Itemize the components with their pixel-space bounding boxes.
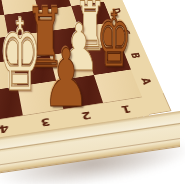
file-label: B bbox=[116, 46, 158, 65]
file-label: D bbox=[99, 3, 137, 19]
chess-box-photo: HGFEDCBA 4321 ♚♜♜♟♚♟ bbox=[0, 0, 185, 184]
file-label: A bbox=[125, 71, 169, 92]
file-label: C bbox=[107, 23, 147, 41]
